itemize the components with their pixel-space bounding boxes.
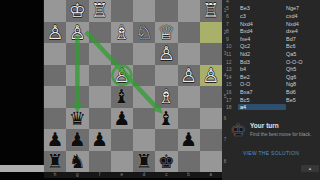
white-rook-a1[interactable]: ♖ [200, 0, 222, 22]
white-move[interactable]: Bxd4 [238, 28, 286, 34]
black-pawn-f7[interactable]: ♟ [89, 129, 111, 151]
black-king-icon: ♚ [226, 119, 250, 141]
square-c6[interactable]: ♝ [155, 108, 177, 130]
file-label-d: d [133, 172, 155, 178]
black-move[interactable]: Qh5 [286, 66, 320, 72]
view-solution-link[interactable]: VIEW THE SOLUTION [222, 150, 320, 156]
square-d8[interactable]: ♜ [133, 151, 155, 173]
square-a6[interactable] [200, 108, 222, 130]
move-row-7[interactable]: 7Nxd4Nxd4 [222, 20, 320, 28]
black-move[interactable]: Be5 [286, 97, 320, 103]
square-f8[interactable] [89, 151, 111, 173]
square-e3[interactable] [111, 43, 133, 65]
white-move[interactable]: Bc5 [238, 97, 286, 103]
square-e4[interactable]: ♙ [111, 65, 133, 87]
square-b2[interactable] [178, 22, 200, 44]
rank-label-2: 2 [222, 22, 228, 44]
square-e1[interactable] [111, 0, 133, 22]
square-f3[interactable] [89, 43, 111, 65]
rank-label-1: 1 [222, 0, 228, 22]
square-b1[interactable] [178, 0, 200, 22]
file-label-c: c [155, 172, 177, 178]
square-d5[interactable] [133, 86, 155, 108]
square-b5[interactable] [178, 86, 200, 108]
move-row-13[interactable]: 13b4Qh5 [222, 65, 320, 73]
square-g5[interactable] [66, 86, 88, 108]
black-queen-g6[interactable]: ♛ [66, 108, 88, 130]
move-row-8[interactable]: 8Bxd4dxe4 [222, 27, 320, 35]
square-c2[interactable]: ♕ [155, 22, 177, 44]
square-f2[interactable] [89, 22, 111, 44]
black-pawn-b7[interactable]: ♟ [178, 129, 200, 151]
square-g2[interactable]: ♙ [66, 22, 88, 44]
move-row-15[interactable]: 15O-ONg8 [222, 81, 320, 89]
white-move[interactable]: a4 [238, 104, 286, 110]
square-b8[interactable] [178, 151, 200, 173]
white-pawn-h2[interactable]: ♙ [44, 22, 66, 44]
square-h5[interactable] [44, 86, 66, 108]
black-pawn-e6[interactable]: ♟ [111, 108, 133, 130]
square-e5[interactable]: ♝ [111, 86, 133, 108]
bottom-left-box [0, 165, 44, 172]
rank-label-8: 8 [222, 151, 228, 173]
square-f7[interactable]: ♟ [89, 129, 111, 151]
file-label-e: e [111, 172, 133, 178]
white-pawn-b4[interactable]: ♙ [178, 65, 200, 87]
your-turn-panel: ♚ Your turn Find the best move for black… [226, 119, 318, 141]
move-row-12[interactable]: 12Bd3O-O-O [222, 58, 320, 66]
square-e6[interactable]: ♟ [111, 108, 133, 130]
square-a4[interactable]: ♙ [200, 65, 222, 87]
white-move[interactable]: Bd3 [238, 59, 286, 65]
black-move[interactable]: Bd6 [286, 89, 320, 95]
square-g6[interactable]: ♛ [66, 108, 88, 130]
square-b4[interactable]: ♙ [178, 65, 200, 87]
file-label-g: g [66, 172, 88, 178]
black-bishop-c6[interactable]: ♝ [155, 108, 177, 130]
white-pawn-g2[interactable]: ♙ [66, 22, 88, 44]
rank-coordinates: 12345678 [222, 0, 228, 172]
rank-label-3: 3 [222, 43, 228, 65]
square-h2[interactable]: ♙ [44, 22, 66, 44]
square-c8[interactable]: ♚ [155, 151, 177, 173]
board-grid: ♔♖♖♙♙♗♘♕♙♙♙♙♝♗♛♟♝♟♟♟♟♜♞♜♚ [44, 0, 222, 172]
square-h8[interactable]: ♜ [44, 151, 66, 173]
white-knight-d2[interactable]: ♘ [133, 22, 155, 44]
square-a1[interactable]: ♖ [200, 0, 222, 22]
square-g3[interactable] [66, 43, 88, 65]
file-label-b: b [178, 172, 200, 178]
square-b6[interactable] [178, 108, 200, 130]
black-move[interactable]: cxd4 [286, 13, 320, 19]
corner-badge[interactable]: ▴ [301, 165, 319, 172]
square-a3[interactable] [200, 43, 222, 65]
black-move[interactable]: O-O-O [286, 59, 320, 65]
white-move[interactable]: O-O [238, 81, 286, 87]
side-panel: 45Be3Nge76c3cxd47Nxd4Nxd48Bxd4dxe49fxe4B… [222, 0, 320, 180]
square-g4[interactable] [66, 65, 88, 87]
move-row-17[interactable]: 17Bc5Be5 [222, 96, 320, 104]
white-rook-f1[interactable]: ♖ [89, 0, 111, 22]
white-move[interactable]: Be3 [238, 5, 286, 11]
white-pawn-c3[interactable]: ♙ [155, 43, 177, 65]
square-a5[interactable] [200, 86, 222, 108]
black-king-c8[interactable]: ♚ [155, 151, 177, 173]
white-bishop-c5[interactable]: ♗ [155, 86, 177, 108]
white-move[interactable]: c3 [238, 13, 286, 19]
rank-label-6: 6 [222, 108, 228, 130]
black-move[interactable]: Ng8 [286, 81, 320, 87]
black-rook-d8[interactable]: ♜ [133, 151, 155, 173]
square-c4[interactable] [155, 65, 177, 87]
file-label-h: h [44, 172, 66, 178]
square-b7[interactable]: ♟ [178, 129, 200, 151]
black-move[interactable]: dxe4 [286, 28, 320, 34]
black-rook-h8[interactable]: ♜ [44, 151, 66, 173]
black-move[interactable]: Qa5 [286, 51, 320, 57]
move-row-10[interactable]: 10Qc2Bc6 [222, 43, 320, 51]
square-d1[interactable] [133, 0, 155, 22]
black-move[interactable]: Nxd4 [286, 21, 320, 27]
white-bishop-e2[interactable]: ♗ [111, 22, 133, 44]
square-c3[interactable]: ♙ [155, 43, 177, 65]
square-e7[interactable] [111, 129, 133, 151]
black-knight-g8[interactable]: ♞ [66, 151, 88, 173]
square-f1[interactable]: ♖ [89, 0, 111, 22]
rank-label-7: 7 [222, 129, 228, 151]
square-g7[interactable]: ♟ [66, 129, 88, 151]
black-pawn-g7[interactable]: ♟ [66, 129, 88, 151]
square-a2[interactable] [200, 22, 222, 44]
square-a7[interactable] [200, 129, 222, 151]
square-h1[interactable] [44, 0, 66, 22]
chess-board: ♔♖♖♙♙♗♘♕♙♙♙♙♝♗♛♟♝♟♟♟♟♜♞♜♚ [44, 0, 222, 172]
move-row-14[interactable]: 14Be2Qg6 [222, 73, 320, 81]
black-move[interactable]: Qg6 [286, 74, 320, 80]
black-bishop-e5[interactable]: ♝ [111, 86, 133, 108]
white-queen-c2[interactable]: ♕ [155, 22, 177, 44]
square-h6[interactable] [44, 108, 66, 130]
white-move[interactable]: Qc2 [238, 43, 286, 49]
move-row-16[interactable]: 16Bxa7Bd6 [222, 88, 320, 96]
move-row-9[interactable]: 9fxe4Bd7 [222, 35, 320, 43]
black-pawn-h7[interactable]: ♟ [44, 129, 66, 151]
file-label-a: a [200, 172, 222, 178]
move-row-11[interactable]: 11Nd2Qa5 [222, 50, 320, 58]
rank-label-4: 4 [222, 65, 228, 87]
square-c5[interactable]: ♗ [155, 86, 177, 108]
black-move[interactable]: Nge7 [286, 5, 320, 11]
move-row-5[interactable]: 5Be3Nge7 [222, 5, 320, 13]
square-f6[interactable] [89, 108, 111, 130]
your-turn-title: Your turn [250, 122, 312, 129]
move-list: 45Be3Nge76c3cxd47Nxd4Nxd48Bxd4dxe49fxe4B… [222, 0, 320, 111]
white-move[interactable]: Nxd4 [238, 21, 286, 27]
square-f4[interactable] [89, 65, 111, 87]
file-label-f: f [89, 172, 111, 178]
square-e8[interactable] [111, 151, 133, 173]
square-h4[interactable] [44, 65, 66, 87]
square-c7[interactable] [155, 129, 177, 151]
square-e2[interactable]: ♗ [111, 22, 133, 44]
square-d6[interactable] [133, 108, 155, 130]
white-pawn-e4[interactable]: ♙ [111, 65, 133, 87]
square-d4[interactable] [133, 65, 155, 87]
square-d3[interactable] [133, 43, 155, 65]
white-king-g1[interactable]: ♔ [66, 0, 88, 22]
file-coordinates: hgfedcba [44, 172, 222, 178]
square-h3[interactable] [44, 43, 66, 65]
square-c1[interactable] [155, 0, 177, 22]
move-row-18[interactable]: 18a4 [222, 103, 320, 111]
white-move[interactable]: Nd2 [238, 51, 286, 57]
black-move[interactable]: Bd7 [286, 36, 320, 42]
square-g1[interactable]: ♔ [66, 0, 88, 22]
square-d7[interactable] [133, 129, 155, 151]
white-move[interactable]: b4 [238, 66, 286, 72]
rank-label-5: 5 [222, 86, 228, 108]
square-h7[interactable]: ♟ [44, 129, 66, 151]
square-a8[interactable] [200, 151, 222, 173]
white-move[interactable]: fxe4 [238, 36, 286, 42]
move-row-6[interactable]: 6c3cxd4 [222, 12, 320, 20]
square-d2[interactable]: ♘ [133, 22, 155, 44]
white-move[interactable]: Bxa7 [238, 89, 286, 95]
white-move[interactable]: Be2 [238, 74, 286, 80]
square-f5[interactable] [89, 86, 111, 108]
black-move[interactable]: Bc6 [286, 43, 320, 49]
square-g8[interactable]: ♞ [66, 151, 88, 173]
white-pawn-a4[interactable]: ♙ [200, 65, 222, 87]
square-b3[interactable] [178, 43, 200, 65]
your-turn-subtitle: Find the best move for black. [250, 132, 312, 137]
